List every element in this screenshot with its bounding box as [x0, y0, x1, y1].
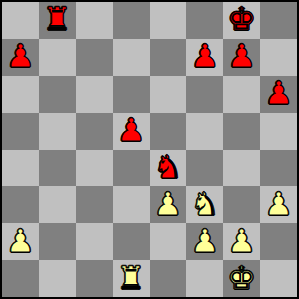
- red-pawn[interactable]: ♟: [190, 40, 219, 72]
- square-e5[interactable]: [150, 113, 187, 150]
- square-c4[interactable]: [76, 150, 113, 187]
- red-knight[interactable]: ♞: [154, 151, 183, 183]
- yellow-pawn[interactable]: ♟: [190, 225, 219, 257]
- square-h6[interactable]: ♟: [260, 76, 297, 113]
- square-a3[interactable]: [2, 186, 39, 223]
- square-g2[interactable]: ♟: [223, 223, 260, 260]
- square-c6[interactable]: [76, 76, 113, 113]
- red-pawn[interactable]: ♟: [117, 114, 146, 146]
- square-g1[interactable]: ♚: [223, 260, 260, 297]
- square-a4[interactable]: [2, 150, 39, 187]
- square-c1[interactable]: [76, 260, 113, 297]
- red-king[interactable]: ♚: [227, 3, 256, 35]
- yellow-pawn[interactable]: ♟: [6, 225, 35, 257]
- yellow-pawn[interactable]: ♟: [154, 188, 183, 220]
- square-h7[interactable]: [260, 39, 297, 76]
- square-g3[interactable]: [223, 186, 260, 223]
- square-f8[interactable]: [186, 2, 223, 39]
- yellow-pawn[interactable]: ♟: [264, 188, 293, 220]
- square-d2[interactable]: [113, 223, 150, 260]
- square-b7[interactable]: [39, 39, 76, 76]
- square-d4[interactable]: [113, 150, 150, 187]
- square-d8[interactable]: [113, 2, 150, 39]
- square-e7[interactable]: [150, 39, 187, 76]
- square-b4[interactable]: [39, 150, 76, 187]
- square-h5[interactable]: [260, 113, 297, 150]
- square-d6[interactable]: [113, 76, 150, 113]
- square-h4[interactable]: [260, 150, 297, 187]
- square-g8[interactable]: ♚: [223, 2, 260, 39]
- square-d3[interactable]: [113, 186, 150, 223]
- square-b5[interactable]: [39, 113, 76, 150]
- square-c7[interactable]: [76, 39, 113, 76]
- yellow-pawn[interactable]: ♟: [227, 225, 256, 257]
- square-e2[interactable]: [150, 223, 187, 260]
- square-c8[interactable]: [76, 2, 113, 39]
- square-c5[interactable]: [76, 113, 113, 150]
- yellow-king[interactable]: ♚: [227, 262, 256, 294]
- square-g4[interactable]: [223, 150, 260, 187]
- square-d5[interactable]: ♟: [113, 113, 150, 150]
- square-b8[interactable]: ♜: [39, 2, 76, 39]
- square-g7[interactable]: ♟: [223, 39, 260, 76]
- square-e6[interactable]: [150, 76, 187, 113]
- chess-board: ♜♚♟♟♟♟♟♞♟♞♟♟♟♟♜♚: [0, 0, 299, 299]
- square-f2[interactable]: ♟: [186, 223, 223, 260]
- square-h8[interactable]: [260, 2, 297, 39]
- square-a1[interactable]: [2, 260, 39, 297]
- square-f7[interactable]: ♟: [186, 39, 223, 76]
- yellow-rook[interactable]: ♜: [117, 262, 146, 294]
- square-b1[interactable]: [39, 260, 76, 297]
- square-f1[interactable]: [186, 260, 223, 297]
- square-e4[interactable]: ♞: [150, 150, 187, 187]
- square-a5[interactable]: [2, 113, 39, 150]
- square-h3[interactable]: ♟: [260, 186, 297, 223]
- square-c3[interactable]: [76, 186, 113, 223]
- square-b6[interactable]: [39, 76, 76, 113]
- square-g6[interactable]: [223, 76, 260, 113]
- square-e8[interactable]: [150, 2, 187, 39]
- red-pawn[interactable]: ♟: [264, 77, 293, 109]
- square-a6[interactable]: [2, 76, 39, 113]
- yellow-knight[interactable]: ♞: [190, 188, 219, 220]
- square-h2[interactable]: [260, 223, 297, 260]
- square-a7[interactable]: ♟: [2, 39, 39, 76]
- square-a8[interactable]: [2, 2, 39, 39]
- square-g5[interactable]: [223, 113, 260, 150]
- square-d1[interactable]: ♜: [113, 260, 150, 297]
- square-c2[interactable]: [76, 223, 113, 260]
- square-e3[interactable]: ♟: [150, 186, 187, 223]
- square-h1[interactable]: [260, 260, 297, 297]
- square-d7[interactable]: [113, 39, 150, 76]
- red-pawn[interactable]: ♟: [6, 40, 35, 72]
- square-a2[interactable]: ♟: [2, 223, 39, 260]
- square-f6[interactable]: [186, 76, 223, 113]
- square-b3[interactable]: [39, 186, 76, 223]
- square-e1[interactable]: [150, 260, 187, 297]
- red-pawn[interactable]: ♟: [227, 40, 256, 72]
- square-b2[interactable]: [39, 223, 76, 260]
- square-f3[interactable]: ♞: [186, 186, 223, 223]
- square-f5[interactable]: [186, 113, 223, 150]
- red-rook[interactable]: ♜: [43, 3, 72, 35]
- square-f4[interactable]: [186, 150, 223, 187]
